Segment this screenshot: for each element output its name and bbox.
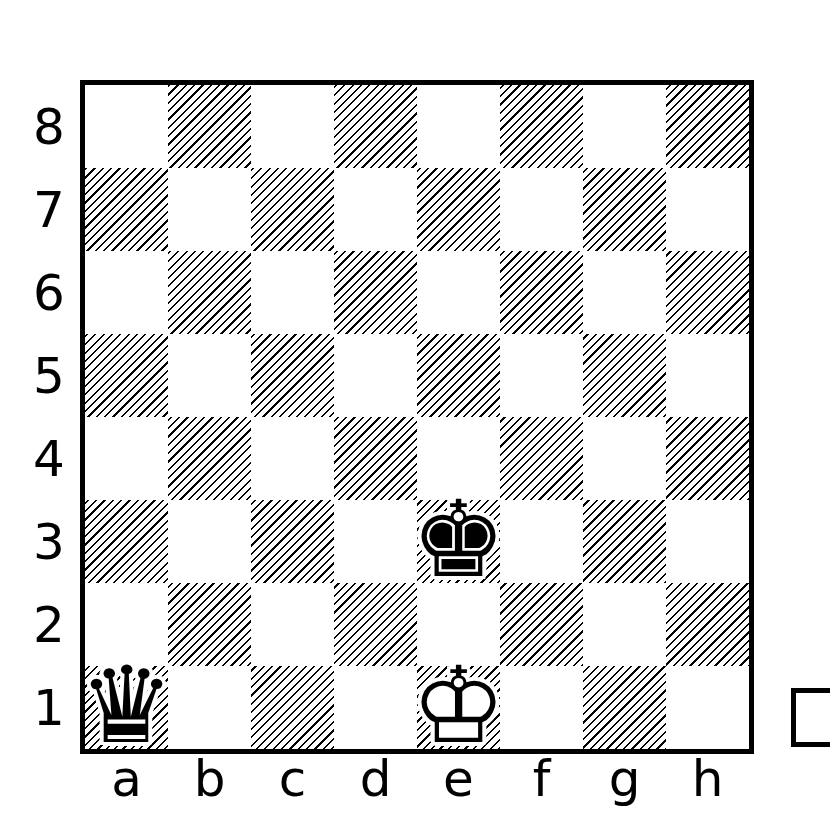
square-f8[interactable] xyxy=(500,85,583,168)
square-h6[interactable] xyxy=(666,251,749,334)
chess-diagram: 8 7 6 5 4 3 2 1 ♚♛♚♔ a b c d e f g h xyxy=(0,0,830,830)
square-g7[interactable] xyxy=(583,168,666,251)
square-g1[interactable] xyxy=(583,666,666,749)
rank-label-8: 8 xyxy=(18,85,80,168)
chess-board: ♚♛♚♔ xyxy=(85,85,749,749)
square-c1[interactable] xyxy=(251,666,334,749)
square-d4[interactable] xyxy=(334,417,417,500)
square-e8[interactable] xyxy=(417,85,500,168)
square-c3[interactable] xyxy=(251,500,334,583)
square-d1[interactable] xyxy=(334,666,417,749)
square-c7[interactable] xyxy=(251,168,334,251)
rank-label-4: 4 xyxy=(18,417,80,500)
square-a6[interactable] xyxy=(85,251,168,334)
square-f3[interactable] xyxy=(500,500,583,583)
square-g2[interactable] xyxy=(583,583,666,666)
square-h4[interactable] xyxy=(666,417,749,500)
square-a5[interactable] xyxy=(85,334,168,417)
square-g5[interactable] xyxy=(583,334,666,417)
square-a3[interactable] xyxy=(85,500,168,583)
square-e1[interactable]: ♚♔ xyxy=(417,666,500,749)
file-label-g: g xyxy=(583,750,666,808)
square-d3[interactable] xyxy=(334,500,417,583)
square-e6[interactable] xyxy=(417,251,500,334)
square-g4[interactable] xyxy=(583,417,666,500)
file-label-b: b xyxy=(168,750,251,808)
square-b4[interactable] xyxy=(168,417,251,500)
file-label-a: a xyxy=(85,750,168,808)
square-d2[interactable] xyxy=(334,583,417,666)
square-a1[interactable]: ♛ xyxy=(85,666,168,749)
square-e3[interactable]: ♚ xyxy=(417,500,500,583)
rank-label-7: 7 xyxy=(18,168,80,251)
square-h1[interactable] xyxy=(666,666,749,749)
file-labels: a b c d e f g h xyxy=(85,750,749,808)
file-label-d: d xyxy=(334,750,417,808)
square-g3[interactable] xyxy=(583,500,666,583)
file-label-f: f xyxy=(500,750,583,808)
square-d8[interactable] xyxy=(334,85,417,168)
file-label-h: h xyxy=(666,750,749,808)
square-d5[interactable] xyxy=(334,334,417,417)
square-b5[interactable] xyxy=(168,334,251,417)
square-h8[interactable] xyxy=(666,85,749,168)
square-g6[interactable] xyxy=(583,251,666,334)
square-c8[interactable] xyxy=(251,85,334,168)
square-d6[interactable] xyxy=(334,251,417,334)
square-c5[interactable] xyxy=(251,334,334,417)
black-queen[interactable]: ♛ xyxy=(85,666,168,749)
piece-outline-glyph: ♔ xyxy=(417,664,500,747)
square-g8[interactable] xyxy=(583,85,666,168)
file-label-e: e xyxy=(417,750,500,808)
square-f6[interactable] xyxy=(500,251,583,334)
square-b8[interactable] xyxy=(168,85,251,168)
square-h3[interactable] xyxy=(666,500,749,583)
square-h2[interactable] xyxy=(666,583,749,666)
square-f4[interactable] xyxy=(500,417,583,500)
rank-labels: 8 7 6 5 4 3 2 1 xyxy=(18,85,80,749)
square-d7[interactable] xyxy=(334,168,417,251)
square-f7[interactable] xyxy=(500,168,583,251)
square-h5[interactable] xyxy=(666,334,749,417)
piece-glyph: ♛ xyxy=(85,664,168,747)
square-a4[interactable] xyxy=(85,417,168,500)
file-label-c: c xyxy=(251,750,334,808)
square-a7[interactable] xyxy=(85,168,168,251)
square-f1[interactable] xyxy=(500,666,583,749)
square-f5[interactable] xyxy=(500,334,583,417)
square-b7[interactable] xyxy=(168,168,251,251)
square-c4[interactable] xyxy=(251,417,334,500)
rank-label-2: 2 xyxy=(18,583,80,666)
board-frame: ♚♛♚♔ xyxy=(80,80,754,754)
square-c6[interactable] xyxy=(251,251,334,334)
black-king[interactable]: ♚ xyxy=(417,500,500,583)
square-e5[interactable] xyxy=(417,334,500,417)
white-king[interactable]: ♚♔ xyxy=(417,666,500,749)
square-c2[interactable] xyxy=(251,583,334,666)
piece-glyph: ♚ xyxy=(417,498,500,581)
square-b1[interactable] xyxy=(168,666,251,749)
square-b2[interactable] xyxy=(168,583,251,666)
square-e7[interactable] xyxy=(417,168,500,251)
rank-label-6: 6 xyxy=(18,251,80,334)
square-h7[interactable] xyxy=(666,168,749,251)
rank-label-3: 3 xyxy=(18,500,80,583)
square-b3[interactable] xyxy=(168,500,251,583)
square-a8[interactable] xyxy=(85,85,168,168)
square-f2[interactable] xyxy=(500,583,583,666)
rank-label-1: 1 xyxy=(18,666,80,749)
square-b6[interactable] xyxy=(168,251,251,334)
rank-label-5: 5 xyxy=(18,334,80,417)
side-to-move-indicator xyxy=(791,688,830,747)
